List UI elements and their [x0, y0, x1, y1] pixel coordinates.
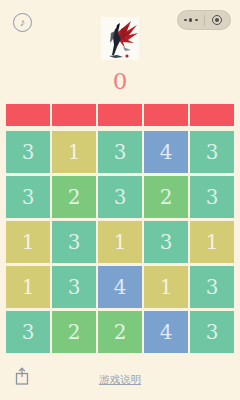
game-instructions-link[interactable]: 游戏说明: [0, 373, 240, 387]
tile[interactable]: 3: [98, 176, 142, 218]
progress-bar: [6, 104, 234, 126]
tile[interactable]: 1: [6, 221, 50, 263]
tile[interactable]: 3: [52, 221, 96, 263]
tile[interactable]: 3: [52, 266, 96, 308]
tile[interactable]: 2: [52, 311, 96, 353]
tile[interactable]: 2: [52, 176, 96, 218]
music-toggle-button[interactable]: ♪: [13, 13, 32, 32]
ink-painting-rooster-icon: [101, 17, 139, 60]
bar-segment: [52, 104, 96, 126]
tile[interactable]: 4: [144, 311, 188, 353]
tile[interactable]: 1: [98, 221, 142, 263]
tile[interactable]: 2: [98, 311, 142, 353]
tile[interactable]: 1: [52, 131, 96, 173]
tile[interactable]: 3: [6, 131, 50, 173]
exit-button[interactable]: [205, 11, 231, 29]
wechat-capsule: [177, 10, 231, 30]
tile[interactable]: 2: [144, 176, 188, 218]
tile[interactable]: 1: [144, 266, 188, 308]
score: 0: [0, 68, 240, 94]
tile[interactable]: 1: [190, 221, 234, 263]
tile[interactable]: 1: [6, 266, 50, 308]
bar-segment: [98, 104, 142, 126]
tile[interactable]: 3: [190, 176, 234, 218]
tile[interactable]: 3: [144, 221, 188, 263]
tile[interactable]: 3: [190, 311, 234, 353]
board: 3134332323131311341332243: [6, 104, 234, 353]
tile[interactable]: 3: [190, 266, 234, 308]
bar-segment: [144, 104, 188, 126]
tile[interactable]: 4: [98, 266, 142, 308]
circle-target-icon: [212, 15, 222, 25]
app-screen: ♪ 0 3134332323131311341332243: [0, 0, 240, 400]
tile[interactable]: 3: [6, 176, 50, 218]
bar-segment: [190, 104, 234, 126]
more-button[interactable]: [178, 11, 204, 29]
bar-segment: [6, 104, 50, 126]
tile[interactable]: 3: [6, 311, 50, 353]
board-grid: 3134332323131311341332243: [6, 131, 234, 353]
three-dots-icon: [184, 18, 198, 21]
artwork-thumbnail: [101, 17, 139, 60]
tile[interactable]: 4: [144, 131, 188, 173]
tile[interactable]: 3: [98, 131, 142, 173]
music-note-icon: ♪: [20, 17, 26, 28]
tile[interactable]: 3: [190, 131, 234, 173]
